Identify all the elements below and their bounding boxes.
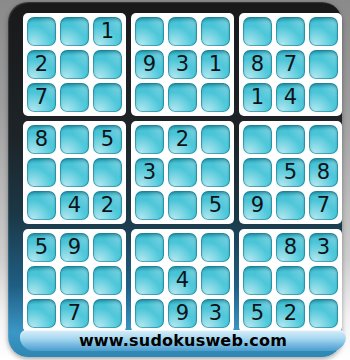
cell-r2c1[interactable]: 2 xyxy=(27,50,56,79)
cell-r2c4[interactable]: 9 xyxy=(135,50,164,79)
cell-r5c2[interactable] xyxy=(60,158,89,187)
cell-r8c5[interactable]: 4 xyxy=(168,266,197,295)
cell-r5c3[interactable] xyxy=(93,158,122,187)
cell-r2c3[interactable] xyxy=(93,50,122,79)
cell-r8c3[interactable] xyxy=(93,266,122,295)
cell-r8c9[interactable] xyxy=(309,266,338,295)
cell-r3c9[interactable] xyxy=(309,83,338,112)
cell-r3c4[interactable] xyxy=(135,83,164,112)
sudoku-box-7: 597 xyxy=(23,229,126,332)
cell-r2c5[interactable]: 3 xyxy=(168,50,197,79)
cell-r3c2[interactable] xyxy=(60,83,89,112)
sudoku-box-2: 931 xyxy=(131,13,234,116)
sudoku-box-5: 235 xyxy=(131,121,234,224)
cell-r9c8[interactable]: 2 xyxy=(276,299,305,328)
cell-r3c5[interactable] xyxy=(168,83,197,112)
sudoku-box-8: 493 xyxy=(131,229,234,332)
cell-r2c7[interactable]: 8 xyxy=(243,50,272,79)
cell-r9c7[interactable]: 5 xyxy=(243,299,272,328)
cell-r6c1[interactable] xyxy=(27,191,56,220)
cell-r1c3[interactable]: 1 xyxy=(93,17,122,46)
cell-r9c4[interactable] xyxy=(135,299,164,328)
cell-r6c4[interactable] xyxy=(135,191,164,220)
sudoku-box-1: 127 xyxy=(23,13,126,116)
cell-r5c5[interactable] xyxy=(168,158,197,187)
cell-r9c5[interactable]: 9 xyxy=(168,299,197,328)
cell-r9c1[interactable] xyxy=(27,299,56,328)
cell-r6c9[interactable]: 7 xyxy=(309,191,338,220)
cell-r4c9[interactable] xyxy=(309,125,338,154)
cell-r8c8[interactable] xyxy=(276,266,305,295)
cell-r8c4[interactable] xyxy=(135,266,164,295)
cell-r4c4[interactable] xyxy=(135,125,164,154)
sudoku-board: 1279318714854223558975974938352 xyxy=(23,13,342,332)
cell-r1c1[interactable] xyxy=(27,17,56,46)
cell-r8c2[interactable] xyxy=(60,266,89,295)
cell-r7c7[interactable] xyxy=(243,233,272,262)
cell-r4c5[interactable]: 2 xyxy=(168,125,197,154)
cell-r7c1[interactable]: 5 xyxy=(27,233,56,262)
cell-r9c6[interactable]: 3 xyxy=(201,299,230,328)
cell-r1c2[interactable] xyxy=(60,17,89,46)
footer-band: www.sudokusweb.com xyxy=(20,330,346,351)
cell-r5c4[interactable]: 3 xyxy=(135,158,164,187)
website-url: www.sudokusweb.com xyxy=(79,331,287,350)
cell-r3c7[interactable]: 1 xyxy=(243,83,272,112)
sudoku-box-4: 8542 xyxy=(23,121,126,224)
cell-r4c6[interactable] xyxy=(201,125,230,154)
cell-r2c6[interactable]: 1 xyxy=(201,50,230,79)
sudoku-box-6: 5897 xyxy=(239,121,342,224)
cell-r5c1[interactable] xyxy=(27,158,56,187)
cell-r1c7[interactable] xyxy=(243,17,272,46)
cell-r6c7[interactable]: 9 xyxy=(243,191,272,220)
cell-r5c7[interactable] xyxy=(243,158,272,187)
cell-r6c2[interactable]: 4 xyxy=(60,191,89,220)
cell-r6c6[interactable]: 5 xyxy=(201,191,230,220)
cell-r6c8[interactable] xyxy=(276,191,305,220)
cell-r3c3[interactable] xyxy=(93,83,122,112)
cell-r1c5[interactable] xyxy=(168,17,197,46)
cell-r7c2[interactable]: 9 xyxy=(60,233,89,262)
sudoku-box-3: 8714 xyxy=(239,13,342,116)
cell-r8c1[interactable] xyxy=(27,266,56,295)
cell-r7c4[interactable] xyxy=(135,233,164,262)
cell-r7c5[interactable] xyxy=(168,233,197,262)
cell-r3c8[interactable]: 4 xyxy=(276,83,305,112)
cell-r9c2[interactable]: 7 xyxy=(60,299,89,328)
cell-r7c8[interactable]: 8 xyxy=(276,233,305,262)
cell-r1c6[interactable] xyxy=(201,17,230,46)
cell-r6c5[interactable] xyxy=(168,191,197,220)
sudoku-box-9: 8352 xyxy=(239,229,342,332)
cell-r7c6[interactable] xyxy=(201,233,230,262)
cell-r4c3[interactable]: 5 xyxy=(93,125,122,154)
cell-r9c9[interactable] xyxy=(309,299,338,328)
cell-r7c3[interactable] xyxy=(93,233,122,262)
cell-r4c7[interactable] xyxy=(243,125,272,154)
cell-r4c1[interactable]: 8 xyxy=(27,125,56,154)
cell-r5c8[interactable]: 5 xyxy=(276,158,305,187)
cell-r9c3[interactable] xyxy=(93,299,122,328)
cell-r8c7[interactable] xyxy=(243,266,272,295)
cell-r1c9[interactable] xyxy=(309,17,338,46)
cell-r4c2[interactable] xyxy=(60,125,89,154)
cell-r4c8[interactable] xyxy=(276,125,305,154)
cell-r5c6[interactable] xyxy=(201,158,230,187)
cell-r3c1[interactable]: 7 xyxy=(27,83,56,112)
cell-r1c8[interactable] xyxy=(276,17,305,46)
cell-r3c6[interactable] xyxy=(201,83,230,112)
cell-r7c9[interactable]: 3 xyxy=(309,233,338,262)
sudoku-board-frame: 1279318714854223558975974938352 www.sudo… xyxy=(8,2,342,357)
cell-r5c9[interactable]: 8 xyxy=(309,158,338,187)
cell-r8c6[interactable] xyxy=(201,266,230,295)
cell-r2c8[interactable]: 7 xyxy=(276,50,305,79)
cell-r2c2[interactable] xyxy=(60,50,89,79)
cell-r2c9[interactable] xyxy=(309,50,338,79)
cell-r6c3[interactable]: 2 xyxy=(93,191,122,220)
cell-r1c4[interactable] xyxy=(135,17,164,46)
